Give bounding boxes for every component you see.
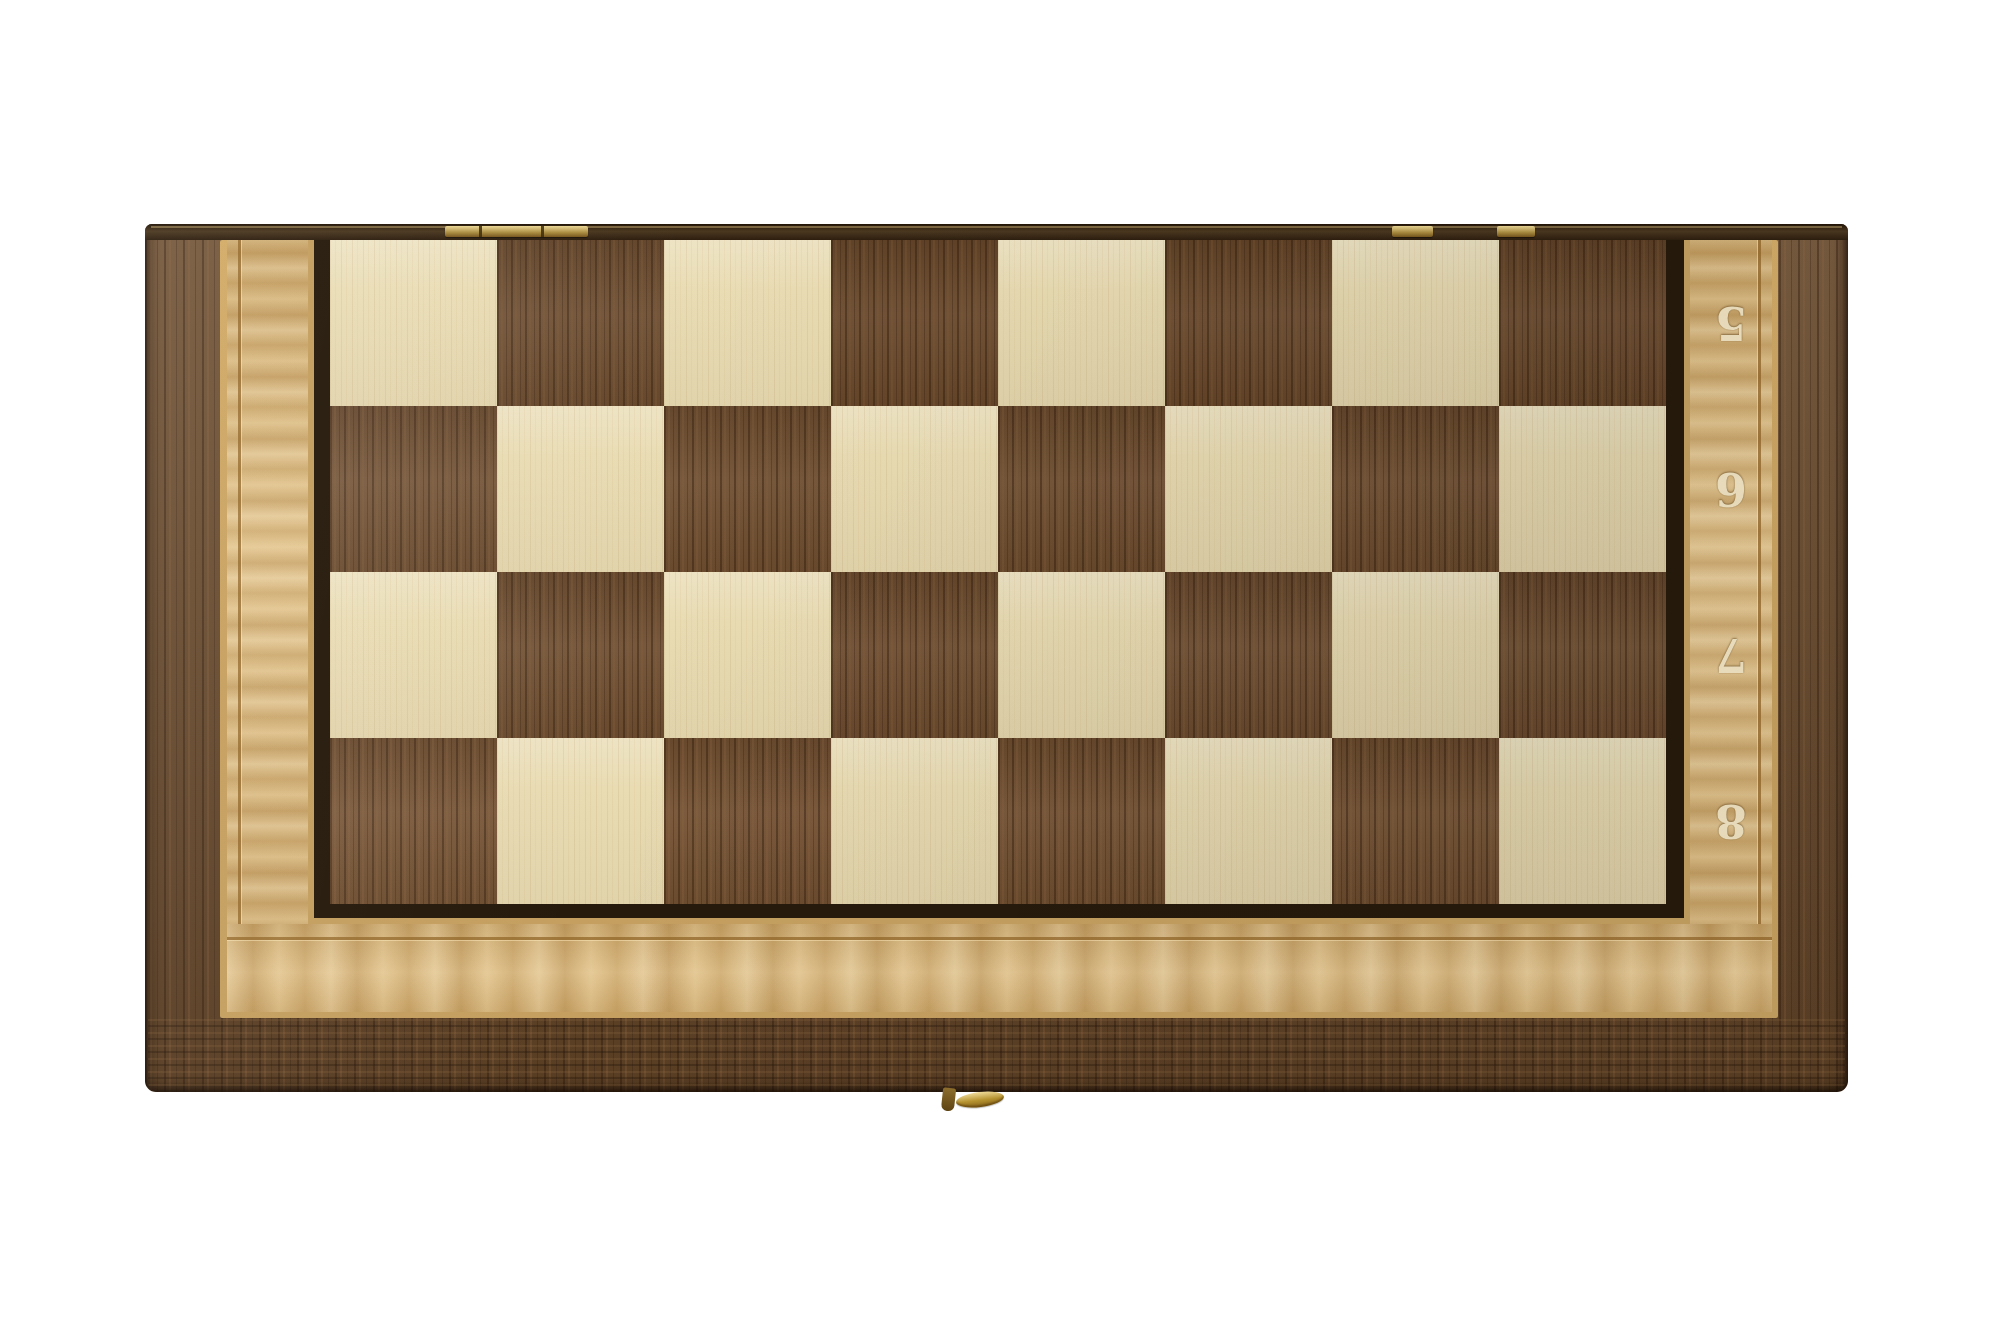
square-rank5-col3 [664,240,831,406]
square-rank5-col6 [1165,240,1332,406]
square-rank5-col8 [1499,240,1666,406]
square-rank6-col5 [998,406,1165,572]
edge-highlight [151,226,1842,228]
rank-label-5: 5 [1701,300,1761,346]
square-rank7-col5 [998,572,1165,738]
square-rank7-col8 [1499,572,1666,738]
square-rank7-col1 [330,572,497,738]
clasp-latch [955,1089,1004,1110]
product-photo-background: 5 6 7 8 [0,0,2000,1333]
square-rank7-col7 [1332,572,1499,738]
square-rank6-col2 [497,406,664,572]
square-rank8-col5 [998,738,1165,904]
brass-hinge-right-tab2-icon [1497,226,1535,237]
square-rank5-col7 [1332,240,1499,406]
square-rank7-col2 [497,572,664,738]
square-rank7-col6 [1165,572,1332,738]
brass-hinge-left-icon [445,226,588,237]
square-rank5-col2 [497,240,664,406]
square-rank8-col3 [664,738,831,904]
square-rank5-col1 [330,240,497,406]
maple-border-left [227,240,308,1012]
rank-label-7: 7 [1701,632,1761,678]
square-rank7-col3 [664,572,831,738]
square-rank8-col8 [1499,738,1666,904]
square-rank8-col6 [1165,738,1332,904]
maple-border-right [1690,240,1772,1012]
brass-hinge-right-tab1-icon [1392,226,1433,237]
square-rank5-col4 [831,240,998,406]
square-rank6-col4 [831,406,998,572]
rank-label-8: 8 [1701,798,1761,844]
square-rank7-col4 [831,572,998,738]
maple-border-bottom [227,924,1772,1012]
frame-bottom-grain [148,1018,1845,1092]
square-rank6-col8 [1499,406,1666,572]
hinge-edge-strip [145,224,1848,240]
brass-clasp-icon [942,1086,1012,1114]
square-rank6-col7 [1332,406,1499,572]
square-rank8-col2 [497,738,664,904]
square-rank5-col5 [998,240,1165,406]
chess-box-board: 5 6 7 8 [145,224,1848,1092]
square-rank6-col3 [664,406,831,572]
square-rank8-col4 [831,738,998,904]
clasp-pin [941,1087,956,1111]
rank-label-6: 6 [1701,466,1761,512]
square-rank8-col1 [330,738,497,904]
chessboard-grid [330,240,1666,904]
square-rank8-col7 [1332,738,1499,904]
square-rank6-col1 [330,406,497,572]
square-rank6-col6 [1165,406,1332,572]
